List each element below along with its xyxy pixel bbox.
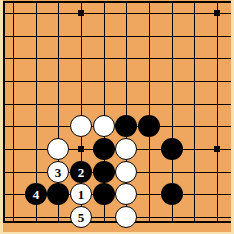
white-stone [93,115,115,137]
black-stone [115,115,137,137]
black-stone: 4 [25,183,47,205]
star-point [78,10,84,16]
grid-line-horizontal [3,81,231,82]
white-stone: 5 [70,206,92,228]
black-stone [138,115,160,137]
grid-line-vertical [194,3,195,221]
grid-line-horizontal [3,13,231,14]
white-stone [115,206,137,228]
stone-move-number: 3 [55,166,62,179]
grid-line-vertical [149,3,150,221]
black-stone [47,183,69,205]
black-stone: 2 [70,161,92,183]
grid-line-horizontal [3,58,231,59]
grid-line-vertical [217,3,218,221]
black-stone [93,138,115,160]
white-stone [47,138,69,160]
stone-move-number: 1 [78,188,85,201]
white-stone [115,161,137,183]
white-stone: 3 [47,161,69,183]
black-stone [93,183,115,205]
star-point [214,10,220,16]
star-point [214,146,220,152]
go-diagram: 32415 [0,0,234,234]
stone-move-number: 4 [33,188,40,201]
white-stone [115,183,137,205]
black-stone [93,161,115,183]
black-stone [161,138,183,160]
white-stone: 1 [70,183,92,205]
grid-line-horizontal [3,104,231,105]
grid-line-horizontal [3,36,231,37]
white-stone [70,115,92,137]
white-stone [115,138,137,160]
black-stone [161,183,183,205]
board-edge-left [3,1,5,223]
stone-move-number: 2 [78,166,85,179]
star-point [78,146,84,152]
board-edge-top [3,1,231,3]
stone-move-number: 5 [78,211,85,224]
